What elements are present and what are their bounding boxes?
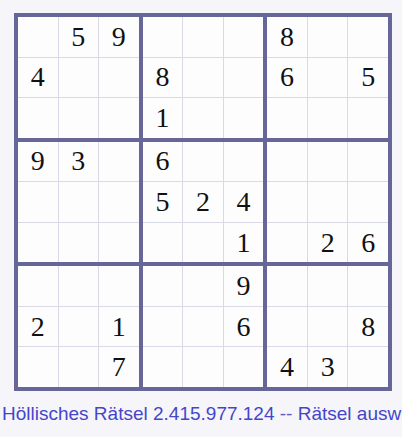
caption-separator: -- [280,403,293,424]
cell-r1c5[interactable] [183,17,223,57]
caption: Höllisches Rätsel 2.415.977.124 -- Rätse… [2,403,402,425]
cell-r6c3[interactable] [99,223,139,263]
cell-r6c4[interactable] [143,223,183,263]
cell-r6c8[interactable]: 2 [308,223,348,263]
box-8: 96 [143,266,264,387]
cell-r8c2[interactable] [59,307,99,347]
cell-r9c5[interactable] [183,347,223,387]
cell-r1c3[interactable]: 9 [99,17,139,57]
cell-r4c5[interactable] [183,142,223,182]
cell-r6c7[interactable] [267,223,307,263]
cell-r5c6[interactable]: 4 [224,182,264,222]
cell-r8c4[interactable] [143,307,183,347]
cell-r3c4[interactable]: 1 [143,98,183,138]
select-puzzle-link[interactable]: Rätsel auswählen ... [298,403,402,424]
cell-r5c9[interactable] [348,182,388,222]
cell-r1c1[interactable] [18,17,58,57]
cell-r1c6[interactable] [224,17,264,57]
cell-r3c1[interactable] [18,98,58,138]
cell-r4c9[interactable] [348,142,388,182]
box-2: 81 [143,17,264,138]
cell-r2c6[interactable] [224,58,264,98]
cell-r6c1[interactable] [18,223,58,263]
cell-r8c8[interactable] [308,307,348,347]
cell-r7c8[interactable] [308,266,348,306]
box-1: 594 [18,17,139,138]
box-4: 93 [18,142,139,263]
cell-r7c4[interactable] [143,266,183,306]
puzzle-title-link[interactable]: Höllisches Rätsel 2.415.977.124 [2,403,275,424]
cell-r3c9[interactable] [348,98,388,138]
cell-r9c4[interactable] [143,347,183,387]
cell-r5c5[interactable]: 2 [183,182,223,222]
cell-r9c8[interactable]: 3 [308,347,348,387]
cell-r9c9[interactable] [348,347,388,387]
cell-r1c2[interactable]: 5 [59,17,99,57]
cell-r1c9[interactable] [348,17,388,57]
cell-r9c6[interactable] [224,347,264,387]
box-3: 865 [267,17,388,138]
cell-r8c5[interactable] [183,307,223,347]
cell-r8c7[interactable] [267,307,307,347]
cell-r3c6[interactable] [224,98,264,138]
cell-r3c7[interactable] [267,98,307,138]
cell-r2c1[interactable]: 4 [18,58,58,98]
cell-r4c6[interactable] [224,142,264,182]
cell-r2c7[interactable]: 6 [267,58,307,98]
cell-r7c7[interactable] [267,266,307,306]
cell-r6c9[interactable]: 6 [348,223,388,263]
sudoku-board: 5948186593652412621796843 [14,13,392,391]
cell-r1c7[interactable]: 8 [267,17,307,57]
cell-r4c2[interactable]: 3 [59,142,99,182]
cell-r8c1[interactable]: 2 [18,307,58,347]
cell-r4c7[interactable] [267,142,307,182]
cell-r2c9[interactable]: 5 [348,58,388,98]
cell-r5c2[interactable] [59,182,99,222]
cell-r7c5[interactable] [183,266,223,306]
cell-r6c5[interactable] [183,223,223,263]
cell-r4c1[interactable]: 9 [18,142,58,182]
cell-r5c4[interactable]: 5 [143,182,183,222]
cell-r6c2[interactable] [59,223,99,263]
cell-r9c3[interactable]: 7 [99,347,139,387]
cell-r7c1[interactable] [18,266,58,306]
cell-r5c7[interactable] [267,182,307,222]
cell-r6c6[interactable]: 1 [224,223,264,263]
box-6: 26 [267,142,388,263]
cell-r3c3[interactable] [99,98,139,138]
cell-r2c5[interactable] [183,58,223,98]
cell-r9c1[interactable] [18,347,58,387]
cell-r4c8[interactable] [308,142,348,182]
cell-r7c3[interactable] [99,266,139,306]
cell-r9c7[interactable]: 4 [267,347,307,387]
cell-r2c8[interactable] [308,58,348,98]
cell-r7c2[interactable] [59,266,99,306]
box-9: 843 [267,266,388,387]
box-5: 65241 [143,142,264,263]
cell-r3c5[interactable] [183,98,223,138]
page: 5948186593652412621796843 Höllisches Rät… [0,0,402,437]
cell-r1c4[interactable] [143,17,183,57]
cell-r5c8[interactable] [308,182,348,222]
cell-r5c3[interactable] [99,182,139,222]
cell-r8c9[interactable]: 8 [348,307,388,347]
cell-r7c6[interactable]: 9 [224,266,264,306]
cell-r3c8[interactable] [308,98,348,138]
box-7: 217 [18,266,139,387]
cell-r4c4[interactable]: 6 [143,142,183,182]
cell-r8c3[interactable]: 1 [99,307,139,347]
cell-r9c2[interactable] [59,347,99,387]
cell-r7c9[interactable] [348,266,388,306]
cell-r2c3[interactable] [99,58,139,98]
cell-r1c8[interactable] [308,17,348,57]
cell-r2c4[interactable]: 8 [143,58,183,98]
cell-r4c3[interactable] [99,142,139,182]
cell-r8c6[interactable]: 6 [224,307,264,347]
cell-r5c1[interactable] [18,182,58,222]
cell-r3c2[interactable] [59,98,99,138]
cell-r2c2[interactable] [59,58,99,98]
